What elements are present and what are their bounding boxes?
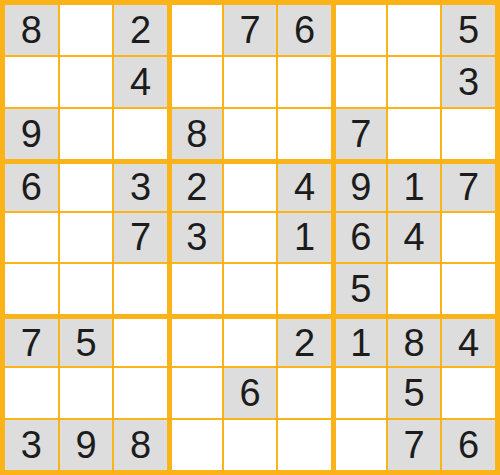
cell-r3c5[interactable] [224, 109, 277, 159]
cell-r6c3[interactable] [114, 264, 167, 314]
cell-r4c4[interactable]: 2 [169, 161, 222, 211]
cell-r1c4[interactable] [169, 5, 222, 55]
cell-r6c8[interactable] [388, 264, 441, 314]
cell-r5c2[interactable] [60, 213, 113, 263]
cell-r9c9[interactable]: 6 [442, 420, 495, 470]
cell-r4c5[interactable] [224, 161, 277, 211]
cell-r2c8[interactable] [388, 57, 441, 107]
cell-r3c2[interactable] [60, 109, 113, 159]
cell-r5c1[interactable] [5, 213, 58, 263]
cell-r1c1[interactable]: 8 [5, 5, 58, 55]
cell-r7c6[interactable]: 2 [278, 316, 331, 366]
cell-r8c2[interactable] [60, 368, 113, 418]
cell-r2c6[interactable] [278, 57, 331, 107]
cell-r1c2[interactable] [60, 5, 113, 55]
cell-r5c5[interactable] [224, 213, 277, 263]
cell-r7c5[interactable] [224, 316, 277, 366]
cell-r8c5[interactable]: 6 [224, 368, 277, 418]
cell-r8c1[interactable] [5, 368, 58, 418]
cell-r9c4[interactable] [169, 420, 222, 470]
cell-r9c6[interactable] [278, 420, 331, 470]
cell-r8c3[interactable] [114, 368, 167, 418]
cell-r2c5[interactable] [224, 57, 277, 107]
cell-r7c1[interactable]: 7 [5, 316, 58, 366]
cell-r6c1[interactable] [5, 264, 58, 314]
cell-r3c4[interactable]: 8 [169, 109, 222, 159]
cell-r9c8[interactable]: 7 [388, 420, 441, 470]
cell-r8c9[interactable] [442, 368, 495, 418]
cell-r9c5[interactable] [224, 420, 277, 470]
cell-r1c8[interactable] [388, 5, 441, 55]
cell-r5c4[interactable]: 3 [169, 213, 222, 263]
cell-r4c1[interactable]: 6 [5, 161, 58, 211]
cell-r9c2[interactable]: 9 [60, 420, 113, 470]
cell-r6c2[interactable] [60, 264, 113, 314]
cell-r6c9[interactable] [442, 264, 495, 314]
cell-r6c6[interactable] [278, 264, 331, 314]
cell-r3c9[interactable] [442, 109, 495, 159]
cell-r7c4[interactable] [169, 316, 222, 366]
cell-r1c7[interactable] [333, 5, 386, 55]
cell-r7c3[interactable] [114, 316, 167, 366]
cell-r4c6[interactable]: 4 [278, 161, 331, 211]
cell-r3c3[interactable] [114, 109, 167, 159]
cell-r6c5[interactable] [224, 264, 277, 314]
cell-r8c8[interactable]: 5 [388, 368, 441, 418]
cell-r1c5[interactable]: 7 [224, 5, 277, 55]
cell-r3c6[interactable] [278, 109, 331, 159]
cell-r5c9[interactable] [442, 213, 495, 263]
cell-r4c3[interactable]: 3 [114, 161, 167, 211]
cell-r2c2[interactable] [60, 57, 113, 107]
cell-r4c8[interactable]: 1 [388, 161, 441, 211]
cell-r8c6[interactable] [278, 368, 331, 418]
cell-r3c1[interactable]: 9 [5, 109, 58, 159]
sudoku-board: 827654398763249177316457521846539876 [0, 0, 500, 475]
cell-r9c3[interactable]: 8 [114, 420, 167, 470]
cell-r7c7[interactable]: 1 [333, 316, 386, 366]
cell-r9c7[interactable] [333, 420, 386, 470]
cell-r5c7[interactable]: 6 [333, 213, 386, 263]
cell-r6c7[interactable]: 5 [333, 264, 386, 314]
cell-r1c3[interactable]: 2 [114, 5, 167, 55]
cell-r2c4[interactable] [169, 57, 222, 107]
cell-r7c2[interactable]: 5 [60, 316, 113, 366]
cell-r8c4[interactable] [169, 368, 222, 418]
cell-r5c8[interactable]: 4 [388, 213, 441, 263]
cell-r7c9[interactable]: 4 [442, 316, 495, 366]
cell-r5c6[interactable]: 1 [278, 213, 331, 263]
cell-r1c6[interactable]: 6 [278, 5, 331, 55]
cell-r8c7[interactable] [333, 368, 386, 418]
cell-r9c1[interactable]: 3 [5, 420, 58, 470]
cell-r2c1[interactable] [5, 57, 58, 107]
cell-r6c4[interactable] [169, 264, 222, 314]
cell-r5c3[interactable]: 7 [114, 213, 167, 263]
cell-r2c7[interactable] [333, 57, 386, 107]
cell-r2c3[interactable]: 4 [114, 57, 167, 107]
cell-r1c9[interactable]: 5 [442, 5, 495, 55]
cell-r3c7[interactable]: 7 [333, 109, 386, 159]
cell-r3c8[interactable] [388, 109, 441, 159]
cell-r4c2[interactable] [60, 161, 113, 211]
cell-r2c9[interactable]: 3 [442, 57, 495, 107]
cell-r4c9[interactable]: 7 [442, 161, 495, 211]
cell-r4c7[interactable]: 9 [333, 161, 386, 211]
cell-r7c8[interactable]: 8 [388, 316, 441, 366]
